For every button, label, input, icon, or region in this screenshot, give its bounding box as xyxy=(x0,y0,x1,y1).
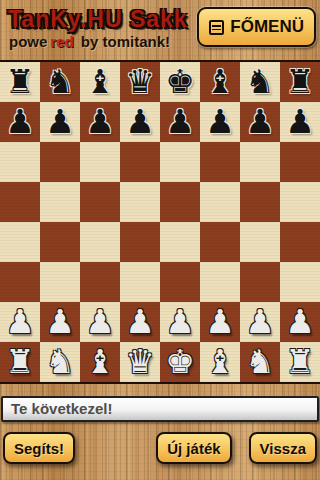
square-a5[interactable] xyxy=(0,182,40,222)
piece-white-pawn: ♟ xyxy=(245,302,275,342)
piece-black-pawn: ♟ xyxy=(245,102,275,142)
square-b8[interactable]: ♞ xyxy=(40,62,80,102)
square-b1[interactable]: ♞ xyxy=(40,342,80,382)
piece-white-bishop: ♝ xyxy=(205,342,235,382)
square-c7[interactable]: ♟ xyxy=(80,102,120,142)
tagline-post: by tomitank! xyxy=(77,33,170,50)
square-f3[interactable] xyxy=(200,262,240,302)
square-b3[interactable] xyxy=(40,262,80,302)
piece-white-rook: ♜ xyxy=(5,342,35,382)
square-g2[interactable]: ♟ xyxy=(240,302,280,342)
square-h5[interactable] xyxy=(280,182,320,222)
piece-white-bishop: ♝ xyxy=(85,342,115,382)
square-b5[interactable] xyxy=(40,182,80,222)
chessboard: ♜♞♝♛♚♝♞♜♟♟♟♟♟♟♟♟♟♟♟♟♟♟♟♟♜♞♝♛♚♝♞♜ xyxy=(0,62,320,382)
piece-black-pawn: ♟ xyxy=(285,102,315,142)
piece-black-bishop: ♝ xyxy=(205,62,235,102)
piece-white-knight: ♞ xyxy=(45,342,75,382)
square-g7[interactable]: ♟ xyxy=(240,102,280,142)
main-menu-button-label: FŐMENÜ xyxy=(230,17,304,37)
square-c5[interactable] xyxy=(80,182,120,222)
square-e7[interactable]: ♟ xyxy=(160,102,200,142)
square-f5[interactable] xyxy=(200,182,240,222)
square-h6[interactable] xyxy=(280,142,320,182)
square-d6[interactable] xyxy=(120,142,160,182)
square-g4[interactable] xyxy=(240,222,280,262)
piece-black-pawn: ♟ xyxy=(125,102,155,142)
piece-black-rook: ♜ xyxy=(285,62,315,102)
square-h8[interactable]: ♜ xyxy=(280,62,320,102)
square-f2[interactable]: ♟ xyxy=(200,302,240,342)
square-c6[interactable] xyxy=(80,142,120,182)
tagline-pre: powe xyxy=(9,33,47,50)
square-e8[interactable]: ♚ xyxy=(160,62,200,102)
square-e5[interactable] xyxy=(160,182,200,222)
piece-black-knight: ♞ xyxy=(45,62,75,102)
chessboard-frame: ♜♞♝♛♚♝♞♜♟♟♟♟♟♟♟♟♟♟♟♟♟♟♟♟♜♞♝♛♚♝♞♜ xyxy=(0,60,320,384)
piece-white-pawn: ♟ xyxy=(165,302,195,342)
square-a6[interactable] xyxy=(0,142,40,182)
app-title: TanKy.HU Sakk xyxy=(8,6,188,33)
square-c8[interactable]: ♝ xyxy=(80,62,120,102)
square-a3[interactable] xyxy=(0,262,40,302)
piece-black-pawn: ♟ xyxy=(85,102,115,142)
piece-black-pawn: ♟ xyxy=(205,102,235,142)
app-tagline: powered by tomitank! xyxy=(9,33,170,50)
square-g5[interactable] xyxy=(240,182,280,222)
square-f6[interactable] xyxy=(200,142,240,182)
square-f8[interactable]: ♝ xyxy=(200,62,240,102)
piece-white-knight: ♞ xyxy=(245,342,275,382)
piece-white-pawn: ♟ xyxy=(45,302,75,342)
menu-list-icon xyxy=(209,20,224,35)
tagline-red-word: red xyxy=(50,33,73,50)
piece-white-pawn: ♟ xyxy=(285,302,315,342)
square-g3[interactable] xyxy=(240,262,280,302)
header: TanKy.HU Sakk powered by tomitank! FŐMEN… xyxy=(0,0,320,60)
square-a1[interactable]: ♜ xyxy=(0,342,40,382)
piece-white-pawn: ♟ xyxy=(125,302,155,342)
bottom-controls: Segíts! Új játék Vissza xyxy=(3,432,317,464)
piece-white-king: ♚ xyxy=(165,342,195,382)
square-b4[interactable] xyxy=(40,222,80,262)
piece-black-rook: ♜ xyxy=(5,62,35,102)
piece-white-rook: ♜ xyxy=(285,342,315,382)
square-a7[interactable]: ♟ xyxy=(0,102,40,142)
status-bar: Te következel! xyxy=(1,396,319,422)
square-d4[interactable] xyxy=(120,222,160,262)
square-a4[interactable] xyxy=(0,222,40,262)
square-d2[interactable]: ♟ xyxy=(120,302,160,342)
square-h3[interactable] xyxy=(280,262,320,302)
piece-black-knight: ♞ xyxy=(245,62,275,102)
square-e1[interactable]: ♚ xyxy=(160,342,200,382)
piece-black-pawn: ♟ xyxy=(5,102,35,142)
piece-white-queen: ♛ xyxy=(125,342,155,382)
square-b7[interactable]: ♟ xyxy=(40,102,80,142)
square-e6[interactable] xyxy=(160,142,200,182)
square-c4[interactable] xyxy=(80,222,120,262)
piece-black-bishop: ♝ xyxy=(85,62,115,102)
piece-black-queen: ♛ xyxy=(125,62,155,102)
piece-black-pawn: ♟ xyxy=(45,102,75,142)
app-screen: TanKy.HU Sakk powered by tomitank! FŐMEN… xyxy=(0,0,320,480)
square-c1[interactable]: ♝ xyxy=(80,342,120,382)
square-d7[interactable]: ♟ xyxy=(120,102,160,142)
back-button[interactable]: Vissza xyxy=(249,432,317,464)
square-g6[interactable] xyxy=(240,142,280,182)
new-game-button[interactable]: Új játék xyxy=(156,432,231,464)
square-e3[interactable] xyxy=(160,262,200,302)
square-f7[interactable]: ♟ xyxy=(200,102,240,142)
square-b6[interactable] xyxy=(40,142,80,182)
square-a2[interactable]: ♟ xyxy=(0,302,40,342)
piece-black-king: ♚ xyxy=(165,62,195,102)
square-h4[interactable] xyxy=(280,222,320,262)
piece-black-pawn: ♟ xyxy=(165,102,195,142)
square-d5[interactable] xyxy=(120,182,160,222)
square-f4[interactable] xyxy=(200,222,240,262)
square-g1[interactable]: ♞ xyxy=(240,342,280,382)
square-h1[interactable]: ♜ xyxy=(280,342,320,382)
square-h2[interactable]: ♟ xyxy=(280,302,320,342)
piece-white-pawn: ♟ xyxy=(205,302,235,342)
square-d1[interactable]: ♛ xyxy=(120,342,160,382)
square-f1[interactable]: ♝ xyxy=(200,342,240,382)
square-b2[interactable]: ♟ xyxy=(40,302,80,342)
square-c2[interactable]: ♟ xyxy=(80,302,120,342)
square-h7[interactable]: ♟ xyxy=(280,102,320,142)
square-d8[interactable]: ♛ xyxy=(120,62,160,102)
square-c3[interactable] xyxy=(80,262,120,302)
help-button[interactable]: Segíts! xyxy=(3,432,75,464)
square-e4[interactable] xyxy=(160,222,200,262)
square-d3[interactable] xyxy=(120,262,160,302)
square-g8[interactable]: ♞ xyxy=(240,62,280,102)
square-a8[interactable]: ♜ xyxy=(0,62,40,102)
square-e2[interactable]: ♟ xyxy=(160,302,200,342)
piece-white-pawn: ♟ xyxy=(85,302,115,342)
main-menu-button[interactable]: FŐMENÜ xyxy=(197,7,316,47)
piece-white-pawn: ♟ xyxy=(5,302,35,342)
